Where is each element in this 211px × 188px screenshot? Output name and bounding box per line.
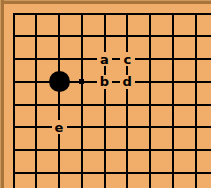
point-label-c: c	[116, 48, 139, 71]
go-board-diagram: acbde	[0, 0, 211, 188]
point-label-a: a	[93, 48, 116, 71]
point-label-d: d	[116, 70, 139, 93]
point-label-text-e: e	[52, 120, 67, 134]
point-label-text-b: b	[97, 75, 112, 89]
point-label-text-c: c	[120, 52, 135, 66]
intersections-grid: acbde	[2, 2, 207, 184]
point-label-text-a: a	[97, 52, 112, 66]
star-point-4-4	[70, 70, 93, 93]
board-frame-top-edge	[0, 0, 211, 4]
point-label-text-d: d	[120, 75, 135, 89]
point-label-b: b	[93, 70, 116, 93]
point-label-e: e	[48, 116, 71, 139]
black-stone	[49, 71, 70, 92]
board-frame-left-edge	[0, 0, 4, 188]
star-point-marker-icon	[79, 79, 84, 84]
black-stone-3-4	[48, 70, 71, 93]
